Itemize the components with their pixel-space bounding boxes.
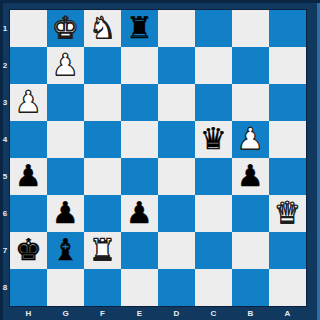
square-g4 [47,121,84,158]
piece-black-pawn-e6: ♟ [126,194,153,231]
square-h2 [10,47,47,84]
square-g1: ♚ [47,10,84,47]
rank-label-6: 6 [0,195,10,232]
square-e7 [121,232,158,269]
piece-black-queen-c4: ♛ [200,120,227,157]
square-f3 [84,84,121,121]
square-h4 [10,121,47,158]
rank-label-3: 3 [0,84,10,121]
square-h6 [10,195,47,232]
file-label-A: A [269,306,306,320]
square-d8 [158,269,195,306]
square-e8 [121,269,158,306]
square-e6: ♟ [121,195,158,232]
square-d6 [158,195,195,232]
square-g2: ♟ [47,47,84,84]
square-c6 [195,195,232,232]
square-f4 [84,121,121,158]
square-c7 [195,232,232,269]
square-a1 [269,10,306,47]
square-e2 [121,47,158,84]
piece-black-pawn-g6: ♟ [52,194,79,231]
square-f5 [84,158,121,195]
square-h1 [10,10,47,47]
square-f7: ♜ [84,232,121,269]
piece-black-pawn-h5: ♟ [15,157,42,194]
square-b7 [232,232,269,269]
file-label-B: B [232,306,269,320]
square-c1 [195,10,232,47]
piece-white-pawn-b4: ♟ [237,120,264,157]
piece-white-pawn-g2: ♟ [52,46,79,83]
rank-label-1: 1 [0,10,10,47]
square-g6: ♟ [47,195,84,232]
square-c5 [195,158,232,195]
square-e5 [121,158,158,195]
chess-board-frame: ♚♞♜♟♟♛♟♟♟♟♟♛♚♝♜ 12345678 HGFEDCBA [0,0,320,320]
square-a8 [269,269,306,306]
square-c8 [195,269,232,306]
piece-white-pawn-h3: ♟ [15,83,42,120]
square-h7: ♚ [10,232,47,269]
square-b1 [232,10,269,47]
square-g8 [47,269,84,306]
file-label-F: F [84,306,121,320]
square-d7 [158,232,195,269]
square-c4: ♛ [195,121,232,158]
piece-black-rook-e1: ♜ [126,9,153,46]
rank-label-4: 4 [0,121,10,158]
square-b2 [232,47,269,84]
piece-black-king-h7: ♚ [15,231,42,268]
file-label-H: H [10,306,47,320]
square-g5 [47,158,84,195]
square-a4 [269,121,306,158]
square-a3 [269,84,306,121]
square-e4 [121,121,158,158]
piece-black-bishop-g7: ♝ [52,231,79,268]
square-d3 [158,84,195,121]
square-h8 [10,269,47,306]
square-d1 [158,10,195,47]
piece-white-knight-f1: ♞ [89,9,116,46]
piece-white-king-g1: ♚ [52,9,79,46]
file-label-E: E [121,306,158,320]
square-b5: ♟ [232,158,269,195]
square-a7 [269,232,306,269]
square-f8 [84,269,121,306]
square-a2 [269,47,306,84]
file-label-D: D [158,306,195,320]
square-a5 [269,158,306,195]
square-d4 [158,121,195,158]
square-b6 [232,195,269,232]
square-e1: ♜ [121,10,158,47]
file-label-C: C [195,306,232,320]
square-b4: ♟ [232,121,269,158]
square-f1: ♞ [84,10,121,47]
square-f6 [84,195,121,232]
square-f2 [84,47,121,84]
square-h5: ♟ [10,158,47,195]
rank-label-2: 2 [0,47,10,84]
rank-label-5: 5 [0,158,10,195]
chess-board: ♚♞♜♟♟♛♟♟♟♟♟♛♚♝♜ [10,10,306,306]
piece-white-queen-a6: ♛ [274,194,301,231]
square-e3 [121,84,158,121]
square-h3: ♟ [10,84,47,121]
square-c3 [195,84,232,121]
square-g7: ♝ [47,232,84,269]
square-c2 [195,47,232,84]
square-b3 [232,84,269,121]
file-label-G: G [47,306,84,320]
square-d2 [158,47,195,84]
square-d5 [158,158,195,195]
piece-white-rook-f7: ♜ [89,231,116,268]
rank-label-7: 7 [0,232,10,269]
square-b8 [232,269,269,306]
rank-label-8: 8 [0,269,10,306]
square-a6: ♛ [269,195,306,232]
piece-black-pawn-b5: ♟ [237,157,264,194]
square-g3 [47,84,84,121]
